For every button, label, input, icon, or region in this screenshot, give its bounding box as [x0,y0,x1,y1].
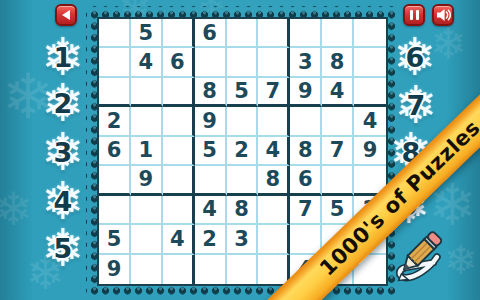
sudoku-cell-r1c9[interactable] [354,19,386,48]
sudoku-cell-r4c6[interactable] [258,107,290,136]
sudoku-cell-r9c3[interactable] [163,255,195,284]
sudoku-cell-r4c9[interactable]: 4 [354,107,386,136]
sudoku-cell-r5c8[interactable]: 7 [322,137,354,166]
sudoku-cell-r6c6[interactable]: 8 [258,166,290,195]
sudoku-cell-r5c2[interactable]: 1 [131,137,163,166]
sudoku-cell-r5c1[interactable]: 6 [99,137,131,166]
sudoku-cell-r8c4[interactable]: 2 [195,225,227,254]
sudoku-cell-r3c1[interactable] [99,78,131,107]
sudoku-cell-r9c2[interactable] [131,255,163,284]
sudoku-cell-r7c6[interactable] [258,196,290,225]
sudoku-cell-r1c5[interactable] [227,19,259,48]
pause-icon [410,10,413,20]
sudoku-cell-r3c6[interactable]: 7 [258,78,290,107]
sudoku-cell-r7c5[interactable]: 8 [227,196,259,225]
sudoku-cell-r8c5[interactable]: 3 [227,225,259,254]
sudoku-cell-r1c7[interactable] [290,19,322,48]
sudoku-cell-r4c4[interactable]: 9 [195,107,227,136]
number-pad-label: 5 [37,222,89,274]
background-snowflake-watermark [0,186,33,232]
sudoku-cell-r4c8[interactable] [322,107,354,136]
sudoku-cell-r7c3[interactable] [163,196,195,225]
sudoku-cell-r3c5[interactable]: 5 [227,78,259,107]
sudoku-cell-r3c4[interactable]: 8 [195,78,227,107]
sudoku-cell-r9c4[interactable] [195,255,227,284]
sudoku-cell-r9c1[interactable]: 9 [99,255,131,284]
sudoku-cell-r7c2[interactable] [131,196,163,225]
sudoku-cell-r8c3[interactable]: 4 [163,225,195,254]
sudoku-cell-r9c6[interactable] [258,255,290,284]
sudoku-cell-r6c8[interactable] [322,166,354,195]
sudoku-cell-r1c8[interactable] [322,19,354,48]
eraser-button[interactable] [392,226,452,288]
sudoku-cell-r2c9[interactable] [354,48,386,77]
sudoku-cell-r2c6[interactable] [258,48,290,77]
sudoku-cell-r7c4[interactable]: 4 [195,196,227,225]
speaker-icon [436,8,451,22]
sudoku-cell-r1c6[interactable] [258,19,290,48]
sudoku-cell-r3c8[interactable]: 4 [322,78,354,107]
sudoku-cell-r6c2[interactable]: 9 [131,166,163,195]
sudoku-cell-r5c6[interactable]: 4 [258,137,290,166]
sudoku-cell-r1c4[interactable]: 6 [195,19,227,48]
sudoku-cell-r4c1[interactable]: 2 [99,107,131,136]
sudoku-cell-r5c3[interactable] [163,137,195,166]
sudoku-cell-r3c9[interactable] [354,78,386,107]
pause-button[interactable] [403,4,425,26]
sudoku-cell-r8c2[interactable] [131,225,163,254]
sudoku-cell-r9c5[interactable] [227,255,259,284]
sudoku-cell-r2c3[interactable]: 6 [163,48,195,77]
back-arrow-icon [62,10,70,20]
sudoku-cell-r7c1[interactable] [99,196,131,225]
pencil-on-sled-icon [392,226,452,288]
sudoku-cell-r5c4[interactable]: 5 [195,137,227,166]
sudoku-cell-r3c2[interactable] [131,78,163,107]
game-screen: 564638857942946152487998648752542394 1 2… [0,0,480,300]
sudoku-cell-r8c1[interactable]: 5 [99,225,131,254]
sudoku-cell-r7c7[interactable]: 7 [290,196,322,225]
sudoku-cell-r4c5[interactable] [227,107,259,136]
number-pad-5[interactable]: 5 [37,222,89,274]
sudoku-cell-r4c3[interactable] [163,107,195,136]
sudoku-cell-r3c7[interactable]: 9 [290,78,322,107]
sound-button[interactable] [432,4,454,26]
sudoku-cell-r4c7[interactable] [290,107,322,136]
sudoku-cell-r3c3[interactable] [163,78,195,107]
sudoku-cell-r2c2[interactable]: 4 [131,48,163,77]
sudoku-cell-r6c5[interactable] [227,166,259,195]
sudoku-cell-r2c4[interactable] [195,48,227,77]
sudoku-cell-r2c8[interactable]: 8 [322,48,354,77]
sudoku-cell-r1c3[interactable] [163,19,195,48]
sudoku-cell-r2c7[interactable]: 3 [290,48,322,77]
sudoku-cell-r2c5[interactable] [227,48,259,77]
sudoku-cell-r8c6[interactable] [258,225,290,254]
sudoku-cell-r5c9[interactable]: 9 [354,137,386,166]
sudoku-cell-r5c7[interactable]: 8 [290,137,322,166]
sudoku-cell-r5c5[interactable]: 2 [227,137,259,166]
sudoku-cell-r6c7[interactable]: 6 [290,166,322,195]
sudoku-cell-r6c3[interactable] [163,166,195,195]
sudoku-cell-r1c1[interactable] [99,19,131,48]
sudoku-cell-r2c1[interactable] [99,48,131,77]
sudoku-cell-r6c1[interactable] [99,166,131,195]
sudoku-cell-r6c4[interactable] [195,166,227,195]
sudoku-cell-r4c2[interactable] [131,107,163,136]
sudoku-cell-r1c2[interactable]: 5 [131,19,163,48]
back-button[interactable] [55,4,77,26]
